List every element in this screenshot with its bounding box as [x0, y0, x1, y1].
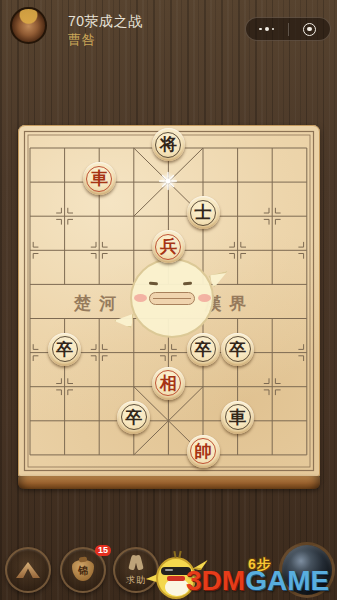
top-bar: 70荥成之战 曹咎	[0, 0, 337, 57]
target-icon	[303, 23, 316, 36]
piece-black-卒[interactable]: 卒	[117, 401, 150, 434]
piece-red-帥[interactable]: 帥	[187, 435, 220, 468]
piece-black-卒[interactable]: 卒	[187, 333, 220, 366]
bag-char: 锦	[78, 564, 88, 578]
piece-black-車[interactable]: 車	[221, 401, 254, 434]
piece-red-相[interactable]: 相	[152, 367, 185, 400]
dot-icon	[265, 27, 269, 31]
title-block: 70荥成之战 曹咎	[68, 12, 143, 49]
dot-icon	[272, 28, 275, 31]
wechat-capsule	[245, 17, 331, 41]
piece-black-卒[interactable]: 卒	[48, 333, 81, 366]
dot-icon	[259, 28, 262, 31]
exit-button[interactable]	[289, 18, 331, 40]
hint-count-badge: 15	[95, 545, 111, 556]
piece-black-将[interactable]: 将	[152, 128, 185, 161]
brocade-bag-icon: 锦	[72, 560, 94, 581]
hint-bag-button[interactable]: 锦 15	[60, 547, 106, 593]
piece-red-兵[interactable]: 兵	[152, 230, 185, 263]
app-screen: 70荥成之战 曹咎 楚河 漢界 将車士兵卒卒	[0, 0, 337, 600]
watermark-game: GAME	[245, 565, 329, 596]
board-bevel	[18, 476, 320, 489]
expand-menu-button[interactable]	[5, 547, 51, 593]
praying-hands-icon	[128, 555, 144, 571]
piece-red-車[interactable]: 車	[83, 162, 116, 195]
bottom-bar: 锦 15 求助 6步 3DMGAME	[0, 540, 337, 600]
piece-black-卒[interactable]: 卒	[221, 333, 254, 366]
mascot-chick-river	[117, 250, 227, 346]
watermark-3dm: 3DM	[186, 565, 245, 596]
opponent-name: 曹咎	[68, 31, 143, 49]
chevron-up-icon	[16, 562, 40, 578]
level-title: 70荥成之战	[68, 12, 143, 31]
level-avatar	[10, 7, 47, 44]
xiangqi-board[interactable]: 楚河 漢界 将車士兵卒卒卒相卒車帥	[18, 125, 320, 477]
move-highlight-sparkle	[156, 169, 180, 193]
piece-black-士[interactable]: 士	[187, 196, 220, 229]
more-button[interactable]	[246, 18, 288, 40]
watermark: 3DMGAME	[186, 566, 329, 596]
